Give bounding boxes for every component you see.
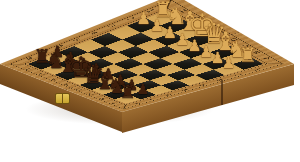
clasp-split: [62, 94, 63, 103]
chess-set-photo: HHGGFFEEDDCCBBAA1122334455667788 ♜♞♟♝♟♚♟…: [0, 0, 300, 162]
brass-clasp: [55, 93, 70, 104]
fold-joint-notch: [221, 80, 223, 105]
